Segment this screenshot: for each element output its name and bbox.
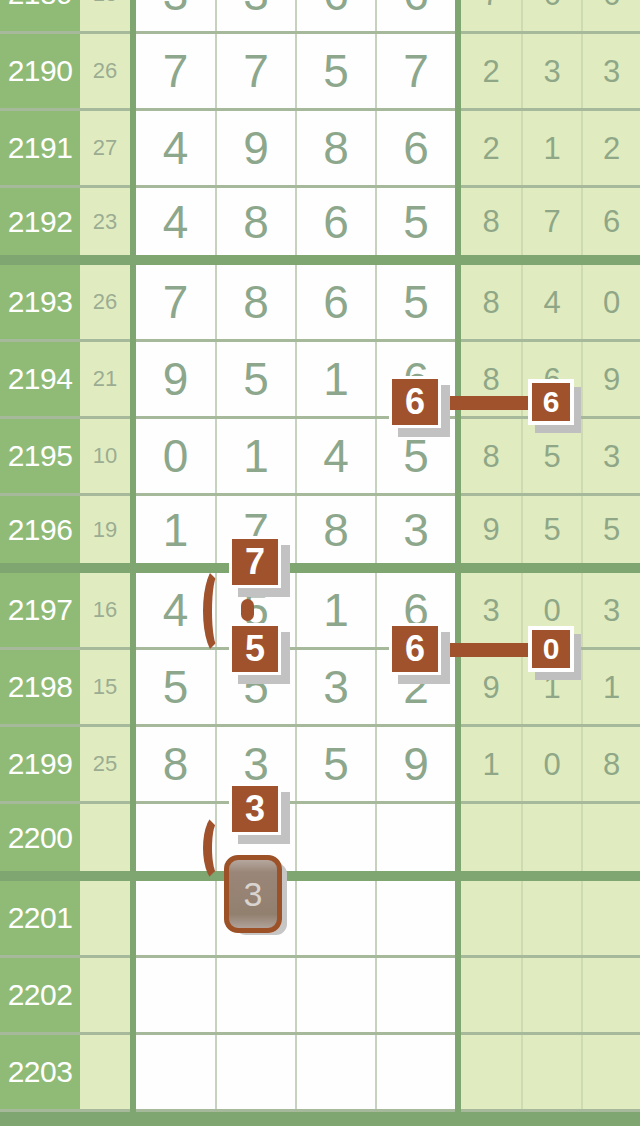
draw-row-2201: 2201 bbox=[0, 881, 640, 958]
draw-sum bbox=[80, 1035, 130, 1109]
lottery-draw-chart: 2189183366766219026775723321912749862122… bbox=[0, 0, 640, 1126]
side-digit-cell: 6 bbox=[521, 342, 581, 416]
digit-cell: 6 bbox=[375, 342, 455, 416]
draw-number: 2190 bbox=[0, 34, 80, 108]
digit-cell bbox=[215, 1035, 295, 1109]
draw-sum: 27 bbox=[80, 111, 130, 185]
side-digit-cell bbox=[521, 958, 581, 1032]
digit-cell bbox=[136, 881, 215, 955]
draw-sum bbox=[80, 804, 130, 871]
digit-cell: 7 bbox=[215, 496, 295, 563]
digit-cell: 6 bbox=[375, 111, 455, 185]
digit-cell bbox=[215, 881, 295, 955]
draw-sum: 18 bbox=[80, 0, 130, 31]
side-digit-cell: 8 bbox=[461, 342, 521, 416]
digit-cell: 3 bbox=[136, 0, 215, 31]
draw-number: 2196 bbox=[0, 496, 80, 563]
digit-cell: 7 bbox=[375, 34, 455, 108]
draw-row-2190: 2190267757233 bbox=[0, 34, 640, 111]
side-digit-cell: 2 bbox=[461, 111, 521, 185]
draw-number: 2194 bbox=[0, 342, 80, 416]
side-digit-cell bbox=[521, 1035, 581, 1109]
side-digit-cell: 7 bbox=[461, 0, 521, 31]
digit-cell bbox=[295, 881, 375, 955]
digit-cell bbox=[136, 958, 215, 1032]
vertical-divider-left bbox=[130, 0, 136, 1126]
digit-cell: 5 bbox=[375, 419, 455, 493]
draw-row-2195: 2195100145853 bbox=[0, 419, 640, 496]
digit-cell: 4 bbox=[136, 111, 215, 185]
side-digit-cell: 1 bbox=[521, 111, 581, 185]
digit-cell bbox=[295, 958, 375, 1032]
side-digit-cell: 3 bbox=[581, 419, 640, 493]
side-digit-cell: 1 bbox=[461, 727, 521, 801]
side-digit-cell: 0 bbox=[581, 265, 640, 339]
draw-row-2196: 2196191783955 bbox=[0, 496, 640, 573]
digit-cell: 5 bbox=[215, 573, 295, 647]
side-digit-cell: 5 bbox=[521, 496, 581, 563]
side-digit-cell: 8 bbox=[581, 727, 640, 801]
side-digit-cell: 8 bbox=[461, 419, 521, 493]
digit-cell: 8 bbox=[215, 265, 295, 339]
vertical-divider-right bbox=[455, 0, 461, 1126]
digit-cell: 1 bbox=[295, 342, 375, 416]
digit-cell: 5 bbox=[295, 34, 375, 108]
digit-cell: 7 bbox=[136, 265, 215, 339]
draw-row-2202: 2202 bbox=[0, 958, 640, 1035]
digit-cell: 5 bbox=[136, 650, 215, 724]
draw-sum: 23 bbox=[80, 188, 130, 255]
side-digit-cell bbox=[461, 804, 521, 871]
draw-row-2197: 2197164516303 bbox=[0, 573, 640, 650]
side-digit-cell bbox=[581, 1035, 640, 1109]
side-digit-cell bbox=[461, 1035, 521, 1109]
digit-cell: 8 bbox=[136, 727, 215, 801]
draw-number: 2193 bbox=[0, 265, 80, 339]
draw-sum: 19 bbox=[80, 496, 130, 563]
digit-cell bbox=[215, 958, 295, 1032]
side-digit-cell: 8 bbox=[461, 265, 521, 339]
digit-cell: 3 bbox=[215, 0, 295, 31]
digit-cell: 1 bbox=[136, 496, 215, 563]
draw-sum: 16 bbox=[80, 573, 130, 647]
digit-cell: 3 bbox=[215, 727, 295, 801]
digit-cell: 8 bbox=[215, 188, 295, 255]
digit-cell: 5 bbox=[295, 727, 375, 801]
digit-cell: 5 bbox=[215, 342, 295, 416]
digit-cell bbox=[375, 804, 455, 871]
draw-row-2194: 2194219516869 bbox=[0, 342, 640, 419]
side-digit-cell: 9 bbox=[461, 650, 521, 724]
digit-cell bbox=[375, 881, 455, 955]
draw-sum: 26 bbox=[80, 34, 130, 108]
draw-sum: 10 bbox=[80, 419, 130, 493]
digit-cell bbox=[375, 1035, 455, 1109]
draw-number: 2201 bbox=[0, 881, 80, 955]
side-digit-cell: 2 bbox=[581, 111, 640, 185]
side-digit-cell: 3 bbox=[581, 34, 640, 108]
side-digit-cell: 8 bbox=[461, 188, 521, 255]
digit-cell: 2 bbox=[375, 650, 455, 724]
draw-number: 2198 bbox=[0, 650, 80, 724]
digit-cell: 6 bbox=[375, 573, 455, 647]
draw-rows-sheet: 2189183366766219026775723321912749862122… bbox=[0, 0, 640, 1112]
side-digit-cell: 1 bbox=[521, 650, 581, 724]
draw-number: 2202 bbox=[0, 958, 80, 1032]
side-digit-cell: 5 bbox=[521, 419, 581, 493]
digit-cell: 5 bbox=[375, 188, 455, 255]
digit-cell: 3 bbox=[295, 650, 375, 724]
draw-sum bbox=[80, 881, 130, 955]
digit-cell: 3 bbox=[375, 496, 455, 563]
draw-row-2191: 2191274986212 bbox=[0, 111, 640, 188]
digit-cell: 8 bbox=[295, 496, 375, 563]
draw-sum: 26 bbox=[80, 265, 130, 339]
digit-cell: 1 bbox=[295, 573, 375, 647]
draw-row-2198: 2198155532911 bbox=[0, 650, 640, 727]
draw-sum: 21 bbox=[80, 342, 130, 416]
draw-number: 2200 bbox=[0, 804, 80, 871]
draw-row-2199: 2199258359108 bbox=[0, 727, 640, 804]
digit-cell: 1 bbox=[215, 419, 295, 493]
side-digit-cell bbox=[521, 804, 581, 871]
digit-cell bbox=[215, 804, 295, 871]
draw-number: 2195 bbox=[0, 419, 80, 493]
digit-cell: 7 bbox=[136, 34, 215, 108]
digit-cell bbox=[136, 804, 215, 871]
draw-number: 2192 bbox=[0, 188, 80, 255]
side-digit-cell: 1 bbox=[581, 650, 640, 724]
digit-cell bbox=[295, 1035, 375, 1109]
side-digit-cell: 6 bbox=[581, 188, 640, 255]
digit-cell bbox=[295, 804, 375, 871]
draw-number: 2191 bbox=[0, 111, 80, 185]
draw-number: 2197 bbox=[0, 573, 80, 647]
digit-cell: 9 bbox=[215, 111, 295, 185]
digit-cell: 6 bbox=[295, 0, 375, 31]
side-digit-cell: 9 bbox=[461, 496, 521, 563]
digit-cell: 5 bbox=[215, 650, 295, 724]
draw-number: 2189 bbox=[0, 0, 80, 31]
draw-row-2200: 2200 bbox=[0, 804, 640, 881]
side-digit-cell: 0 bbox=[521, 573, 581, 647]
draw-row-2189: 2189183366766 bbox=[0, 0, 640, 34]
draw-sum: 25 bbox=[80, 727, 130, 801]
draw-sum bbox=[80, 958, 130, 1032]
digit-cell bbox=[375, 958, 455, 1032]
digit-cell: 6 bbox=[295, 188, 375, 255]
draw-row-2192: 2192234865876 bbox=[0, 188, 640, 265]
side-digit-cell bbox=[521, 881, 581, 955]
draw-row-2193: 2193267865840 bbox=[0, 265, 640, 342]
digit-cell: 4 bbox=[136, 188, 215, 255]
side-digit-cell bbox=[581, 881, 640, 955]
side-digit-cell: 6 bbox=[521, 0, 581, 31]
draw-number: 2199 bbox=[0, 727, 80, 801]
digit-cell: 0 bbox=[136, 419, 215, 493]
side-digit-cell: 2 bbox=[461, 34, 521, 108]
draw-row-2203: 2203 bbox=[0, 1035, 640, 1112]
digit-cell: 9 bbox=[136, 342, 215, 416]
side-digit-cell: 3 bbox=[581, 573, 640, 647]
side-digit-cell: 0 bbox=[521, 727, 581, 801]
side-digit-cell bbox=[461, 881, 521, 955]
side-digit-cell: 5 bbox=[581, 496, 640, 563]
digit-cell: 9 bbox=[375, 727, 455, 801]
draw-number: 2203 bbox=[0, 1035, 80, 1109]
digit-cell bbox=[136, 1035, 215, 1109]
side-digit-cell: 9 bbox=[581, 342, 640, 416]
digit-cell: 6 bbox=[295, 265, 375, 339]
digit-cell: 4 bbox=[136, 573, 215, 647]
side-digit-cell: 3 bbox=[461, 573, 521, 647]
digit-cell: 5 bbox=[375, 265, 455, 339]
side-digit-cell: 7 bbox=[521, 188, 581, 255]
side-digit-cell bbox=[581, 958, 640, 1032]
digit-cell: 6 bbox=[375, 0, 455, 31]
digit-cell: 8 bbox=[295, 111, 375, 185]
draw-sum: 15 bbox=[80, 650, 130, 724]
side-digit-cell bbox=[461, 958, 521, 1032]
side-digit-cell: 3 bbox=[521, 34, 581, 108]
side-digit-cell: 4 bbox=[521, 265, 581, 339]
side-digit-cell: 6 bbox=[581, 0, 640, 31]
digit-cell: 4 bbox=[295, 419, 375, 493]
digit-cell: 7 bbox=[215, 34, 295, 108]
side-digit-cell bbox=[581, 804, 640, 871]
